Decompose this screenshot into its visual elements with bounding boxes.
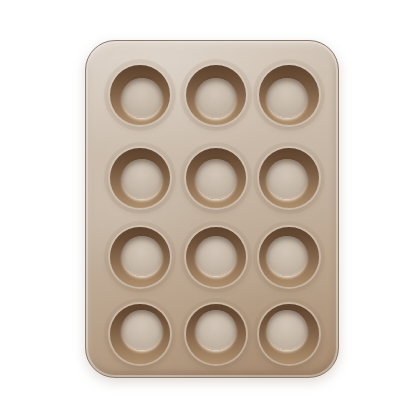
cup-cavity [267, 310, 307, 350]
muffin-cup-r4-c1 [110, 304, 170, 364]
muffin-cup-r1-c1 [110, 65, 170, 125]
cup-cavity [122, 236, 162, 276]
cup-cavity [196, 236, 236, 276]
cup-cavity [122, 78, 162, 118]
muffin-cup-r1-c3 [259, 65, 319, 125]
muffin-cup-r2-c3 [259, 148, 319, 208]
cup-cavity [196, 78, 236, 118]
muffin-cup-r2-c1 [110, 148, 170, 208]
muffin-cup-r4-c3 [259, 304, 319, 364]
cup-cavity [122, 159, 162, 199]
muffin-pan [85, 40, 339, 378]
cup-cavity [267, 236, 307, 276]
muffin-cup-r3-c3 [259, 227, 319, 287]
muffin-cup-r3-c1 [110, 227, 170, 287]
muffin-cup-r1-c2 [186, 65, 246, 125]
photo-background [0, 0, 420, 420]
muffin-cup-r4-c2 [186, 304, 246, 364]
muffin-cup-r2-c2 [186, 148, 246, 208]
cup-cavity [196, 159, 236, 199]
cup-cavity [122, 310, 162, 350]
muffin-cup-r3-c2 [186, 227, 246, 287]
cup-cavity [196, 310, 236, 350]
cup-cavity [267, 159, 307, 199]
cup-cavity [267, 78, 307, 118]
